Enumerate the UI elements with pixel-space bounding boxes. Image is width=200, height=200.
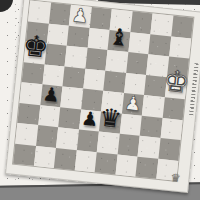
square-h8[interactable] xyxy=(28,1,51,24)
square-c7[interactable] xyxy=(38,105,61,128)
chess-board[interactable]: ♟♝♚♚♟♟♟♛ xyxy=(12,0,194,182)
piece-white-pawn-h6[interactable]: ♟ xyxy=(71,5,90,26)
square-f3[interactable] xyxy=(126,52,149,75)
square-a5[interactable] xyxy=(74,150,97,173)
square-c8[interactable] xyxy=(17,103,40,126)
square-e8[interactable] xyxy=(22,62,45,85)
square-f5[interactable] xyxy=(85,48,108,71)
piece-white-pawn-d3[interactable]: ♟ xyxy=(123,93,142,114)
square-a7[interactable] xyxy=(33,145,56,168)
square-h1[interactable] xyxy=(171,16,194,39)
square-d8[interactable] xyxy=(20,82,43,105)
square-b7[interactable] xyxy=(36,125,59,148)
piece-white-king-e1[interactable]: ♚ xyxy=(162,66,191,98)
square-b1[interactable] xyxy=(158,138,181,161)
square-h5[interactable] xyxy=(89,7,112,30)
square-a3[interactable] xyxy=(115,154,138,177)
piece-black-queen-c4[interactable]: ♛ xyxy=(98,105,123,132)
square-d1[interactable] xyxy=(162,97,185,120)
square-a6[interactable] xyxy=(54,148,77,171)
square-a2[interactable] xyxy=(135,156,158,179)
square-c6[interactable] xyxy=(58,107,81,130)
square-g3[interactable] xyxy=(128,32,151,55)
square-a8[interactable] xyxy=(13,143,36,166)
square-g5[interactable] xyxy=(87,27,110,50)
square-e4[interactable] xyxy=(103,70,126,93)
square-g1[interactable] xyxy=(169,36,192,59)
square-b4[interactable] xyxy=(97,131,120,154)
square-c3[interactable] xyxy=(119,113,142,136)
square-d2[interactable] xyxy=(142,95,165,118)
square-f6[interactable] xyxy=(65,46,88,69)
square-e6[interactable] xyxy=(62,66,85,89)
square-e5[interactable] xyxy=(83,68,106,91)
square-g2[interactable] xyxy=(148,34,171,57)
square-d6[interactable] xyxy=(60,86,83,109)
photo-scene: ♟♝♚♚♟♟♟♛ ♛ xyxy=(0,0,200,200)
piece-black-pawn-d7[interactable]: ♟ xyxy=(42,84,61,105)
maker-stamp-icon: ♛ xyxy=(170,171,181,185)
square-f4[interactable] xyxy=(105,50,128,73)
square-h2[interactable] xyxy=(150,13,173,36)
square-g6[interactable] xyxy=(67,25,90,48)
square-a4[interactable] xyxy=(95,152,118,175)
square-b2[interactable] xyxy=(138,136,161,159)
piece-black-pawn-c5[interactable]: ♟ xyxy=(80,109,99,130)
square-b8[interactable] xyxy=(15,123,38,146)
chess-board-sheet: ♟♝♚♚♟♟♟♛ ♛ xyxy=(5,0,200,193)
square-c2[interactable] xyxy=(140,115,163,138)
square-b5[interactable] xyxy=(76,129,99,152)
square-h3[interactable] xyxy=(130,11,153,34)
square-h7[interactable] xyxy=(48,3,71,26)
square-b3[interactable] xyxy=(117,134,140,157)
table-corner-shadow xyxy=(0,0,13,12)
square-b6[interactable] xyxy=(56,127,79,150)
square-c1[interactable] xyxy=(160,118,183,141)
piece-black-bishop-g4[interactable]: ♝ xyxy=(108,25,131,50)
piece-black-king-f8[interactable]: ♚ xyxy=(21,31,50,63)
